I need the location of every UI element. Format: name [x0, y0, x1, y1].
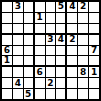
cell-r4c2-empty[interactable]: [13, 35, 23, 45]
cell-r8c6-empty[interactable]: [56, 78, 66, 88]
cell-r9c1-empty[interactable]: [2, 89, 12, 99]
cell-r9c4-empty[interactable]: [35, 89, 45, 99]
cell-r6c5-empty[interactable]: [46, 56, 56, 66]
cell-r1c6-given[interactable]: 5: [56, 2, 66, 12]
cell-r9c7-empty[interactable]: [67, 89, 77, 99]
cell-r7c3-empty[interactable]: [24, 67, 34, 77]
cell-r1c4-empty[interactable]: [35, 2, 45, 12]
cell-r7c6-empty[interactable]: [56, 67, 66, 77]
cell-r8c2-given[interactable]: 4: [13, 78, 23, 88]
cell-r3c7-empty[interactable]: [67, 24, 77, 34]
cell-r2c7-empty[interactable]: [67, 13, 77, 23]
cell-r2c6-empty[interactable]: [56, 13, 66, 23]
cell-r6c6-empty[interactable]: [56, 56, 66, 66]
cell-r2c2-empty[interactable]: [13, 13, 23, 23]
cell-r9c9-empty[interactable]: [89, 89, 99, 99]
cell-r1c5-empty[interactable]: [46, 2, 56, 12]
sudoku-board: 35421342671681425: [0, 0, 101, 101]
cell-r9c8-empty[interactable]: [78, 89, 88, 99]
cell-r5c2-empty[interactable]: [13, 46, 23, 56]
cell-r2c4-given[interactable]: 1: [35, 13, 45, 23]
cell-r4c1-empty[interactable]: [2, 35, 12, 45]
cell-r2c9-empty[interactable]: [89, 13, 99, 23]
cell-r3c9-empty[interactable]: [89, 24, 99, 34]
cell-r8c1-empty[interactable]: [2, 78, 12, 88]
cell-r9c2-empty[interactable]: [13, 89, 23, 99]
cell-r3c8-empty[interactable]: [78, 24, 88, 34]
cell-r8c9-empty[interactable]: [89, 78, 99, 88]
cell-r6c1-given[interactable]: 1: [2, 56, 12, 66]
cell-r7c7-empty[interactable]: [67, 67, 77, 77]
cell-r4c5-given[interactable]: 3: [46, 35, 56, 45]
cell-r4c9-empty[interactable]: [89, 35, 99, 45]
cell-r3c5-empty[interactable]: [46, 24, 56, 34]
cell-r2c8-empty[interactable]: [78, 13, 88, 23]
cell-r1c3-empty[interactable]: [24, 2, 34, 12]
cell-r3c2-empty[interactable]: [13, 24, 23, 34]
cell-r5c9-given[interactable]: 7: [89, 46, 99, 56]
cell-r6c3-empty[interactable]: [24, 56, 34, 66]
cell-r1c8-given[interactable]: 2: [78, 2, 88, 12]
cell-r5c1-given[interactable]: 6: [2, 46, 12, 56]
cell-r6c4-empty[interactable]: [35, 56, 45, 66]
cell-r8c4-empty[interactable]: [35, 78, 45, 88]
cell-r8c7-empty[interactable]: [67, 78, 77, 88]
cell-r5c5-empty[interactable]: [46, 46, 56, 56]
cell-r7c9-given[interactable]: 1: [89, 67, 99, 77]
cell-r7c1-empty[interactable]: [2, 67, 12, 77]
cell-r5c8-empty[interactable]: [78, 46, 88, 56]
cell-r1c2-given[interactable]: 3: [13, 2, 23, 12]
cell-r6c2-empty[interactable]: [13, 56, 23, 66]
cell-r2c5-empty[interactable]: [46, 13, 56, 23]
cell-r4c3-empty[interactable]: [24, 35, 34, 45]
cell-r3c6-empty[interactable]: [56, 24, 66, 34]
cell-r6c7-empty[interactable]: [67, 56, 77, 66]
cell-r4c4-empty[interactable]: [35, 35, 45, 45]
cell-r5c7-empty[interactable]: [67, 46, 77, 56]
cell-r5c4-empty[interactable]: [35, 46, 45, 56]
cell-r7c5-empty[interactable]: [46, 67, 56, 77]
cell-r5c6-empty[interactable]: [56, 46, 66, 56]
cell-r4c7-given[interactable]: 2: [67, 35, 77, 45]
cell-r6c8-empty[interactable]: [78, 56, 88, 66]
cell-r4c8-empty[interactable]: [78, 35, 88, 45]
cell-r2c3-empty[interactable]: [24, 13, 34, 23]
cell-r8c8-empty[interactable]: [78, 78, 88, 88]
cell-r9c3-given[interactable]: 5: [24, 89, 34, 99]
cell-r3c3-empty[interactable]: [24, 24, 34, 34]
cell-r5c3-empty[interactable]: [24, 46, 34, 56]
cell-r8c3-empty[interactable]: [24, 78, 34, 88]
cell-r3c4-empty[interactable]: [35, 24, 45, 34]
cell-r7c2-empty[interactable]: [13, 67, 23, 77]
cell-r3c1-empty[interactable]: [2, 24, 12, 34]
cell-r1c1-empty[interactable]: [2, 2, 12, 12]
cell-r2c1-empty[interactable]: [2, 13, 12, 23]
cell-r4c6-given[interactable]: 4: [56, 35, 66, 45]
cell-r6c9-empty[interactable]: [89, 56, 99, 66]
cell-r7c8-given[interactable]: 8: [78, 67, 88, 77]
cell-r9c6-empty[interactable]: [56, 89, 66, 99]
cell-r9c5-empty[interactable]: [46, 89, 56, 99]
cell-r1c7-given[interactable]: 4: [67, 2, 77, 12]
cell-r8c5-given[interactable]: 2: [46, 78, 56, 88]
cell-r7c4-given[interactable]: 6: [35, 67, 45, 77]
cell-r1c9-empty[interactable]: [89, 2, 99, 12]
